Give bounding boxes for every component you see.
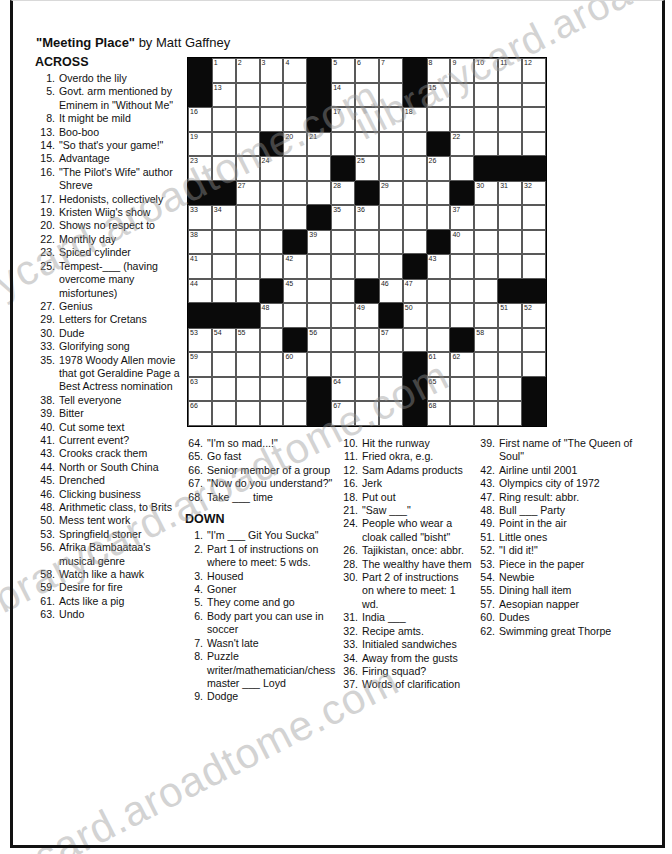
cell-r10c5[interactable]: 45 [283, 279, 307, 304]
cell-r3c1[interactable]: 16 [188, 107, 212, 132]
cell-r7c4[interactable] [260, 205, 284, 230]
cell-r6c13[interactable]: 30 [474, 181, 498, 206]
cell-r11c8[interactable]: 49 [355, 303, 379, 328]
cell-r12c9[interactable]: 57 [379, 328, 403, 353]
cell-number: 4 [285, 59, 289, 67]
cell-r4c6[interactable]: 21 [307, 132, 331, 157]
cell-number: 62 [452, 353, 460, 361]
cell-r15c1[interactable]: 66 [188, 401, 212, 426]
cell-number: 12 [524, 59, 532, 67]
cell-r13c11[interactable]: 61 [427, 352, 451, 377]
cell-r2c7[interactable]: 14 [331, 83, 355, 108]
clue-number: 22. [35, 233, 55, 246]
clue-across-13: 13.Boo-boo [35, 126, 187, 139]
clue-down-1: 1."I'm ___ Git You Sucka" [186, 529, 336, 542]
clue-text: Tempest-___ (having overcome many misfor… [59, 260, 187, 300]
cell-r13c14[interactable] [498, 352, 522, 377]
clue-text: Hedonists, collectively [59, 193, 187, 206]
cell-r13c6[interactable] [307, 352, 331, 377]
cell-r6c5[interactable] [283, 181, 307, 206]
black-cell-r1c6 [307, 58, 331, 83]
clue-down-42: 42.Airline until 2001 [478, 464, 648, 477]
cell-r12c2[interactable]: 54 [212, 328, 236, 353]
clue-across-38: 38.Tell everyone [35, 394, 187, 407]
cell-r7c15[interactable] [522, 205, 546, 230]
clue-text: Olympics city of 1972 [499, 477, 648, 490]
cell-r8c6[interactable]: 39 [307, 230, 331, 255]
cell-r6c10[interactable] [403, 181, 427, 206]
cell-r11c10[interactable]: 50 [403, 303, 427, 328]
clue-text: Ring result: abbr. [499, 491, 648, 504]
clue-across-19: 19.Kristen Wiig's show [35, 206, 187, 219]
clue-text: Shows no respect to [59, 219, 187, 232]
clue-across-35: 35.1978 Woody Allen movie that got Geral… [35, 354, 187, 394]
black-cell-r11c2 [212, 303, 236, 328]
cell-r14c12[interactable] [450, 377, 474, 402]
cell-r7c3[interactable] [236, 205, 260, 230]
cell-r9c6[interactable] [307, 254, 331, 279]
clue-text: Newbie [499, 571, 648, 584]
clue-number: 17. [35, 193, 55, 206]
clue-number: 38. [35, 394, 55, 407]
cell-r15c5[interactable] [283, 401, 307, 426]
clue-text: "So that's your game!" [59, 139, 187, 152]
cell-r12c10[interactable] [403, 328, 427, 353]
clue-number: 31. [341, 611, 358, 624]
cell-r8c4[interactable] [260, 230, 284, 255]
cell-r8c7[interactable] [331, 230, 355, 255]
cell-r9c11[interactable]: 43 [427, 254, 451, 279]
cell-r8c12[interactable]: 40 [450, 230, 474, 255]
clue-across-30: 30.Dude [35, 327, 187, 340]
clue-text: "I'm so mad...!" [207, 437, 336, 450]
clue-number: 11. [341, 450, 358, 463]
cell-r8c10[interactable] [403, 230, 427, 255]
black-cell-r4c4 [260, 132, 284, 157]
cell-r15c11[interactable]: 68 [427, 401, 451, 426]
cell-r2c12[interactable] [450, 83, 474, 108]
cell-r14c7[interactable]: 64 [331, 377, 355, 402]
cell-r14c13[interactable] [474, 377, 498, 402]
cell-r1c7[interactable]: 5 [331, 58, 355, 83]
cell-r9c7[interactable] [331, 254, 355, 279]
cell-r2c15[interactable] [522, 83, 546, 108]
cell-r9c15[interactable] [522, 254, 546, 279]
clue-text: It might be mild [59, 112, 187, 125]
cell-r7c5[interactable] [283, 205, 307, 230]
cell-r15c2[interactable] [212, 401, 236, 426]
cell-number: 8 [429, 59, 433, 67]
cell-r8c15[interactable] [522, 230, 546, 255]
clue-text: Sam Adams products [362, 464, 472, 477]
clue-number: 25. [35, 260, 55, 273]
black-cell-r10c8 [355, 279, 379, 304]
cell-r4c2[interactable] [212, 132, 236, 157]
cell-r10c11[interactable] [427, 279, 451, 304]
cell-r3c7[interactable]: 17 [331, 107, 355, 132]
cell-r6c15[interactable]: 32 [522, 181, 546, 206]
cell-r14c9[interactable] [379, 377, 403, 402]
cell-r2c5[interactable] [283, 83, 307, 108]
cell-r3c14[interactable] [498, 107, 522, 132]
cell-number: 32 [524, 182, 532, 190]
cell-r12c4[interactable] [260, 328, 284, 353]
cell-r10c3[interactable] [236, 279, 260, 304]
cell-r10c2[interactable] [212, 279, 236, 304]
cell-r3c4[interactable] [260, 107, 284, 132]
clue-across-20: 20.Shows no respect to [35, 219, 187, 232]
cell-r15c4[interactable] [260, 401, 284, 426]
cell-r1c4[interactable]: 3 [260, 58, 284, 83]
cell-r2c2[interactable]: 13 [212, 83, 236, 108]
cell-r13c12[interactable]: 62 [450, 352, 474, 377]
cell-r5c12[interactable] [450, 156, 474, 181]
cell-r14c3[interactable] [236, 377, 260, 402]
cell-number: 22 [452, 133, 460, 141]
clue-number: 47. [478, 491, 495, 504]
cell-number: 21 [309, 133, 317, 141]
cell-r9c12[interactable] [450, 254, 474, 279]
clue-text: Dudes [499, 611, 648, 624]
cell-r4c10[interactable] [403, 132, 427, 157]
cell-number: 56 [309, 329, 317, 337]
clue-down-48: 48.Bull ___ Party [478, 504, 648, 517]
clue-number: 68. [186, 491, 203, 504]
cell-r1c8[interactable]: 6 [355, 58, 379, 83]
clue-down-34: 34.Away from the gusts [341, 652, 472, 665]
cell-r5c1[interactable]: 23 [188, 156, 212, 181]
cell-number: 3 [262, 59, 266, 67]
cell-r8c3[interactable] [236, 230, 260, 255]
clue-across-67: 67."Now do you understand?" [186, 477, 336, 490]
clue-text: Clicking business [59, 488, 187, 501]
cell-r4c5[interactable]: 20 [283, 132, 307, 157]
cell-number: 63 [190, 378, 198, 386]
cell-r13c1[interactable]: 59 [188, 352, 212, 377]
cell-r12c13[interactable]: 58 [474, 328, 498, 353]
cell-r5c5[interactable] [283, 156, 307, 181]
black-cell-r5c13 [474, 156, 498, 181]
cell-r11c15[interactable]: 52 [522, 303, 546, 328]
cell-r11c6[interactable] [307, 303, 331, 328]
clue-number: 33. [341, 638, 358, 651]
cell-r14c4[interactable] [260, 377, 284, 402]
cell-r11c14[interactable]: 51 [498, 303, 522, 328]
cell-r6c6[interactable] [307, 181, 331, 206]
cell-r15c9[interactable] [379, 401, 403, 426]
cell-r7c2[interactable]: 34 [212, 205, 236, 230]
cell-r5c3[interactable] [236, 156, 260, 181]
cell-r7c7[interactable]: 35 [331, 205, 355, 230]
cell-r10c12[interactable] [450, 279, 474, 304]
clue-number: 15. [35, 152, 55, 165]
cell-number: 57 [381, 329, 389, 337]
cell-r10c13[interactable] [474, 279, 498, 304]
clue-across-66: 66.Senior member of a group [186, 464, 336, 477]
cell-r7c12[interactable]: 37 [450, 205, 474, 230]
clue-number: 56. [35, 541, 55, 554]
cell-r12c11[interactable] [427, 328, 451, 353]
clue-number: 4. [186, 583, 203, 596]
clue-down-18: 18.Put out [341, 491, 472, 504]
clue-number: 42. [478, 464, 495, 477]
cell-number: 13 [214, 84, 222, 92]
clue-down-6: 6.Body part you can use in soccer [186, 610, 336, 637]
cell-r13c3[interactable] [236, 352, 260, 377]
cell-r6c9[interactable]: 29 [379, 181, 403, 206]
cell-r1c11[interactable]: 8 [427, 58, 451, 83]
cell-r5c8[interactable]: 25 [355, 156, 379, 181]
clue-across-8: 8.It might be mild [35, 112, 187, 125]
clue-number: 8. [35, 112, 55, 125]
cell-r9c13[interactable] [474, 254, 498, 279]
clue-across-29: 29.Letters for Cretans [35, 313, 187, 326]
clue-number: 63. [35, 608, 55, 621]
cell-r11c5[interactable] [283, 303, 307, 328]
cell-r13c4[interactable] [260, 352, 284, 377]
cell-number: 51 [500, 304, 508, 312]
clue-text: Tajikistan, once: abbr. [362, 544, 472, 557]
cell-r5c11[interactable]: 26 [427, 156, 451, 181]
cell-r13c8[interactable] [355, 352, 379, 377]
cell-r3c10[interactable]: 18 [403, 107, 427, 132]
cell-r7c14[interactable] [498, 205, 522, 230]
cell-r4c14[interactable] [498, 132, 522, 157]
cell-r5c2[interactable] [212, 156, 236, 181]
cell-r14c8[interactable] [355, 377, 379, 402]
cell-r9c14[interactable] [498, 254, 522, 279]
clue-number: 28. [341, 558, 358, 571]
cell-r15c14[interactable] [498, 401, 522, 426]
cell-r1c9[interactable]: 7 [379, 58, 403, 83]
cell-r1c3[interactable]: 2 [236, 58, 260, 83]
cell-r2c3[interactable] [236, 83, 260, 108]
cell-r12c15[interactable] [522, 328, 546, 353]
clue-text: Hit the runway [362, 437, 472, 450]
clue-text: Fried okra, e.g. [362, 450, 472, 463]
clue-number: 14. [35, 139, 55, 152]
clue-text: "Now do you understand?" [207, 477, 336, 490]
cell-r7c1[interactable]: 33 [188, 205, 212, 230]
clue-text: The wealthy have them [362, 558, 472, 571]
cell-r13c2[interactable] [212, 352, 236, 377]
clue-number: 53. [478, 558, 495, 571]
cell-r2c8[interactable] [355, 83, 379, 108]
clue-text: Initialed sandwiches [362, 638, 472, 651]
cell-r8c1[interactable]: 38 [188, 230, 212, 255]
clue-across-58: 58.Watch like a hawk [35, 568, 187, 581]
cell-r9c5[interactable]: 42 [283, 254, 307, 279]
cell-r10c1[interactable]: 44 [188, 279, 212, 304]
clue-text: Put out [362, 491, 472, 504]
cell-r10c10[interactable]: 47 [403, 279, 427, 304]
clue-number: 58. [35, 568, 55, 581]
cell-r12c6[interactable]: 56 [307, 328, 331, 353]
cell-r1c13[interactable]: 10 [474, 58, 498, 83]
cell-r6c7[interactable]: 28 [331, 181, 355, 206]
clue-down-16: 16.Jerk [341, 477, 472, 490]
cell-r15c7[interactable]: 67 [331, 401, 355, 426]
cell-r4c12[interactable]: 22 [450, 132, 474, 157]
clue-down-32: 32.Recipe amts. [341, 625, 472, 638]
black-cell-r6c8 [355, 181, 379, 206]
cell-r8c9[interactable] [379, 230, 403, 255]
cell-r5c6[interactable] [307, 156, 331, 181]
cell-r14c2[interactable] [212, 377, 236, 402]
cell-r9c8[interactable] [355, 254, 379, 279]
clue-number: 6. [186, 610, 203, 623]
cell-r10c7[interactable] [331, 279, 355, 304]
cell-r7c10[interactable] [403, 205, 427, 230]
cell-number: 53 [190, 329, 198, 337]
cell-r11c13[interactable] [474, 303, 498, 328]
cell-r7c9[interactable] [379, 205, 403, 230]
clue-number: 35. [35, 354, 55, 367]
clue-text: Boo-boo [59, 126, 187, 139]
black-cell-r1c1 [188, 58, 212, 83]
clue-number: 51. [478, 531, 495, 544]
cell-r12c8[interactable] [355, 328, 379, 353]
cell-r15c12[interactable] [450, 401, 474, 426]
cell-r4c7[interactable] [331, 132, 355, 157]
cell-number: 18 [405, 108, 413, 116]
cell-r5c9[interactable] [379, 156, 403, 181]
cell-r9c9[interactable] [379, 254, 403, 279]
cell-r8c13[interactable] [474, 230, 498, 255]
cell-r1c2[interactable]: 1 [212, 58, 236, 83]
cell-r3c9[interactable] [379, 107, 403, 132]
black-cell-r6c1 [188, 181, 212, 206]
cell-r12c3[interactable]: 55 [236, 328, 260, 353]
cell-r9c2[interactable] [212, 254, 236, 279]
cell-r4c9[interactable] [379, 132, 403, 157]
cell-r4c8[interactable] [355, 132, 379, 157]
cell-r3c3[interactable] [236, 107, 260, 132]
clue-number: 34. [341, 652, 358, 665]
cell-r9c3[interactable] [236, 254, 260, 279]
cell-r12c14[interactable] [498, 328, 522, 353]
cell-r13c5[interactable]: 60 [283, 352, 307, 377]
clue-down-30: 30.Part 2 of instructions on where to me… [341, 571, 472, 611]
cell-r4c3[interactable] [236, 132, 260, 157]
cell-r3c15[interactable] [522, 107, 546, 132]
cell-r6c14[interactable]: 31 [498, 181, 522, 206]
cell-r6c11[interactable] [427, 181, 451, 206]
cell-r2c11[interactable]: 15 [427, 83, 451, 108]
cell-r11c12[interactable] [450, 303, 474, 328]
cell-number: 27 [238, 182, 246, 190]
cell-r12c1[interactable]: 53 [188, 328, 212, 353]
cell-r7c11[interactable] [427, 205, 451, 230]
cell-r3c2[interactable] [212, 107, 236, 132]
cell-r15c3[interactable] [236, 401, 260, 426]
cell-r6c3[interactable]: 27 [236, 181, 260, 206]
clue-text: Airline until 2001 [499, 464, 648, 477]
cell-r14c11[interactable]: 65 [427, 377, 451, 402]
cell-r8c2[interactable] [212, 230, 236, 255]
cell-r15c8[interactable] [355, 401, 379, 426]
cell-r9c4[interactable] [260, 254, 284, 279]
cell-r2c4[interactable] [260, 83, 284, 108]
clue-number: 61. [35, 595, 55, 608]
cell-r11c11[interactable] [427, 303, 451, 328]
cell-number: 35 [333, 206, 341, 214]
cell-number: 47 [405, 280, 413, 288]
cell-number: 16 [190, 108, 198, 116]
cell-r2c9[interactable] [379, 83, 403, 108]
clue-text: Genius [59, 300, 187, 313]
cell-r1c12[interactable]: 9 [450, 58, 474, 83]
cell-r11c4[interactable]: 48 [260, 303, 284, 328]
cell-r3c5[interactable] [283, 107, 307, 132]
clue-text: "Saw ___" [362, 504, 472, 517]
cell-r2c14[interactable] [498, 83, 522, 108]
cell-r13c13[interactable] [474, 352, 498, 377]
cell-r4c13[interactable] [474, 132, 498, 157]
clue-down-57: 57.Aesopian napper [478, 598, 648, 611]
cell-r1c15[interactable]: 12 [522, 58, 546, 83]
cell-number: 59 [190, 353, 198, 361]
cell-r13c7[interactable] [331, 352, 355, 377]
cell-r9c1[interactable]: 41 [188, 254, 212, 279]
clue-down-5: 5.They come and go [186, 596, 336, 609]
cell-r13c15[interactable] [522, 352, 546, 377]
cell-r13c9[interactable] [379, 352, 403, 377]
clue-number: 1. [186, 529, 203, 542]
cell-number: 42 [285, 255, 293, 263]
cell-r2c13[interactable] [474, 83, 498, 108]
clue-number: 40. [35, 421, 55, 434]
black-cell-r14c6 [307, 377, 331, 402]
clue-number: 46. [35, 488, 55, 501]
cell-r1c14[interactable]: 11 [498, 58, 522, 83]
cell-r8c14[interactable] [498, 230, 522, 255]
cell-r8c8[interactable] [355, 230, 379, 255]
cell-r14c1[interactable]: 63 [188, 377, 212, 402]
cell-r5c10[interactable] [403, 156, 427, 181]
cell-r7c13[interactable] [474, 205, 498, 230]
cell-r5c4[interactable]: 24 [260, 156, 284, 181]
cell-r10c6[interactable] [307, 279, 331, 304]
clue-text: They come and go [207, 596, 336, 609]
clue-text: Cut some text [59, 421, 187, 434]
black-cell-r11c9 [379, 303, 403, 328]
cell-number: 2 [238, 59, 242, 67]
cell-r4c1[interactable]: 19 [188, 132, 212, 157]
cell-r14c14[interactable] [498, 377, 522, 402]
cell-r7c8[interactable]: 36 [355, 205, 379, 230]
cell-r6c4[interactable] [260, 181, 284, 206]
clue-down-12: 12.Sam Adams products [341, 464, 472, 477]
cell-number: 44 [190, 280, 198, 288]
clue-number: 5. [186, 596, 203, 609]
cell-r10c9[interactable]: 46 [379, 279, 403, 304]
clue-number: 65. [186, 450, 203, 463]
cell-r15c13[interactable] [474, 401, 498, 426]
cell-r3c8[interactable] [355, 107, 379, 132]
cell-r4c15[interactable] [522, 132, 546, 157]
cell-r3c12[interactable] [450, 107, 474, 132]
clue-number: 57. [478, 598, 495, 611]
cell-r1c5[interactable]: 4 [283, 58, 307, 83]
clue-text: Bitter [59, 407, 187, 420]
cell-r14c5[interactable] [283, 377, 307, 402]
cell-r11c7[interactable] [331, 303, 355, 328]
cell-r12c7[interactable] [331, 328, 355, 353]
cell-number: 55 [238, 329, 246, 337]
cell-r3c13[interactable] [474, 107, 498, 132]
cell-r3c11[interactable] [427, 107, 451, 132]
